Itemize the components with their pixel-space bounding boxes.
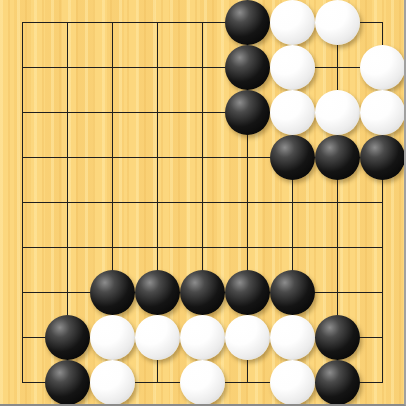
black-stone <box>360 135 405 180</box>
board-grid <box>0 0 405 405</box>
intersection-r6c6[interactable] <box>225 225 270 270</box>
intersection-r4c7[interactable] <box>270 135 315 180</box>
intersection-r3c8[interactable] <box>315 90 360 135</box>
black-stone <box>315 135 360 180</box>
intersection-r8c5[interactable] <box>180 315 225 360</box>
intersection-r4c4[interactable] <box>135 135 180 180</box>
black-stone <box>270 135 315 180</box>
black-stone <box>315 315 360 360</box>
intersection-r9c4[interactable] <box>135 360 180 405</box>
intersection-r8c2[interactable] <box>45 315 90 360</box>
intersection-r7c8[interactable] <box>315 270 360 315</box>
black-stone <box>225 90 270 135</box>
intersection-r6c7[interactable] <box>270 225 315 270</box>
intersection-r8c3[interactable] <box>90 315 135 360</box>
intersection-r8c9[interactable] <box>360 315 405 360</box>
intersection-r8c7[interactable] <box>270 315 315 360</box>
intersection-r5c1[interactable] <box>0 180 45 225</box>
intersection-r7c3[interactable] <box>90 270 135 315</box>
intersection-r3c5[interactable] <box>180 90 225 135</box>
intersection-r7c5[interactable] <box>180 270 225 315</box>
black-stone <box>225 0 270 45</box>
intersection-r4c8[interactable] <box>315 135 360 180</box>
intersection-r5c5[interactable] <box>180 180 225 225</box>
white-stone <box>180 315 225 360</box>
white-stone <box>315 0 360 45</box>
white-stone <box>90 315 135 360</box>
intersection-r2c3[interactable] <box>90 45 135 90</box>
intersection-r5c8[interactable] <box>315 180 360 225</box>
black-stone <box>315 360 360 405</box>
intersection-r2c1[interactable] <box>0 45 45 90</box>
intersection-r8c4[interactable] <box>135 315 180 360</box>
black-stone <box>45 315 90 360</box>
white-stone <box>360 45 405 90</box>
intersection-r7c7[interactable] <box>270 270 315 315</box>
intersection-r3c3[interactable] <box>90 90 135 135</box>
intersection-r9c7[interactable] <box>270 360 315 405</box>
intersection-r1c2[interactable] <box>45 0 90 45</box>
intersection-r4c5[interactable] <box>180 135 225 180</box>
intersection-r5c3[interactable] <box>90 180 135 225</box>
white-stone <box>270 45 315 90</box>
intersection-r4c1[interactable] <box>0 135 45 180</box>
intersection-r3c7[interactable] <box>270 90 315 135</box>
intersection-r1c1[interactable] <box>0 0 45 45</box>
white-stone <box>270 360 315 405</box>
intersection-r9c1[interactable] <box>0 360 45 405</box>
intersection-r4c9[interactable] <box>360 135 405 180</box>
intersection-r9c6[interactable] <box>225 360 270 405</box>
intersection-r1c4[interactable] <box>135 0 180 45</box>
intersection-r2c4[interactable] <box>135 45 180 90</box>
intersection-r8c8[interactable] <box>315 315 360 360</box>
intersection-r6c3[interactable] <box>90 225 135 270</box>
intersection-r8c6[interactable] <box>225 315 270 360</box>
intersection-r7c4[interactable] <box>135 270 180 315</box>
intersection-r5c4[interactable] <box>135 180 180 225</box>
intersection-r4c2[interactable] <box>45 135 90 180</box>
intersection-r1c8[interactable] <box>315 0 360 45</box>
intersection-r3c2[interactable] <box>45 90 90 135</box>
intersection-r7c6[interactable] <box>225 270 270 315</box>
intersection-r9c2[interactable] <box>45 360 90 405</box>
white-stone <box>315 90 360 135</box>
black-stone <box>225 270 270 315</box>
intersection-r3c6[interactable] <box>225 90 270 135</box>
intersection-r2c2[interactable] <box>45 45 90 90</box>
intersection-r5c6[interactable] <box>225 180 270 225</box>
intersection-r5c7[interactable] <box>270 180 315 225</box>
intersection-r4c3[interactable] <box>90 135 135 180</box>
go-board <box>0 0 406 406</box>
black-stone <box>270 270 315 315</box>
intersection-r2c8[interactable] <box>315 45 360 90</box>
intersection-r7c9[interactable] <box>360 270 405 315</box>
intersection-r2c5[interactable] <box>180 45 225 90</box>
intersection-r6c1[interactable] <box>0 225 45 270</box>
black-stone <box>135 270 180 315</box>
intersection-r9c5[interactable] <box>180 360 225 405</box>
white-stone <box>225 315 270 360</box>
intersection-r5c9[interactable] <box>360 180 405 225</box>
intersection-r6c4[interactable] <box>135 225 180 270</box>
black-stone <box>180 270 225 315</box>
white-stone <box>270 0 315 45</box>
white-stone <box>360 90 405 135</box>
intersection-r3c4[interactable] <box>135 90 180 135</box>
intersection-r6c5[interactable] <box>180 225 225 270</box>
black-stone <box>90 270 135 315</box>
intersection-r9c8[interactable] <box>315 360 360 405</box>
intersection-r1c3[interactable] <box>90 0 135 45</box>
intersection-r3c1[interactable] <box>0 90 45 135</box>
black-stone <box>45 360 90 405</box>
white-stone <box>180 360 225 405</box>
intersection-r1c6[interactable] <box>225 0 270 45</box>
intersection-r6c2[interactable] <box>45 225 90 270</box>
white-stone <box>270 90 315 135</box>
intersection-r4c6[interactable] <box>225 135 270 180</box>
intersection-r2c6[interactable] <box>225 45 270 90</box>
white-stone <box>90 360 135 405</box>
white-stone <box>270 315 315 360</box>
intersection-r1c7[interactable] <box>270 0 315 45</box>
intersection-r1c9[interactable] <box>360 0 405 45</box>
intersection-r8c1[interactable] <box>0 315 45 360</box>
intersection-r6c8[interactable] <box>315 225 360 270</box>
black-stone <box>225 45 270 90</box>
intersection-r2c9[interactable] <box>360 45 405 90</box>
intersection-r7c1[interactable] <box>0 270 45 315</box>
intersection-r7c2[interactable] <box>45 270 90 315</box>
intersection-r1c5[interactable] <box>180 0 225 45</box>
intersection-r9c3[interactable] <box>90 360 135 405</box>
intersection-r5c2[interactable] <box>45 180 90 225</box>
white-stone <box>135 315 180 360</box>
intersection-r9c9[interactable] <box>360 360 405 405</box>
intersection-r2c7[interactable] <box>270 45 315 90</box>
intersection-r3c9[interactable] <box>360 90 405 135</box>
intersection-r6c9[interactable] <box>360 225 405 270</box>
